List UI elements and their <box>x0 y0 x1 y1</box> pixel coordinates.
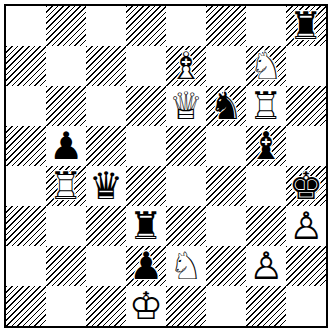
black-rook-icon: ♜ <box>126 206 166 246</box>
square-h4[interactable]: ♚ <box>286 166 326 206</box>
white-knight-icon: ♘ <box>246 46 286 86</box>
square-e7[interactable]: ♝♗ <box>166 46 206 86</box>
white-pawn-icon: ♙ <box>246 246 286 286</box>
square-d3[interactable]: ♜ <box>126 206 166 246</box>
square-f3[interactable] <box>206 206 246 246</box>
square-c4[interactable]: ♛ <box>86 166 126 206</box>
square-a6[interactable] <box>6 86 46 126</box>
square-g4[interactable] <box>246 166 286 206</box>
square-h5[interactable] <box>286 126 326 166</box>
piece-black-pawn-b5[interactable]: ♟ <box>46 126 86 166</box>
square-g8[interactable] <box>246 6 286 46</box>
white-king-icon: ♔ <box>126 286 166 326</box>
piece-black-bishop-g5[interactable]: ♝ <box>246 126 286 166</box>
square-f4[interactable] <box>206 166 246 206</box>
square-b3[interactable] <box>46 206 86 246</box>
square-b5[interactable]: ♟ <box>46 126 86 166</box>
white-bishop-icon: ♗ <box>166 46 206 86</box>
white-queen-icon: ♕ <box>166 86 206 126</box>
square-b8[interactable] <box>46 6 86 46</box>
square-g6[interactable]: ♜♖ <box>246 86 286 126</box>
square-d5[interactable] <box>126 126 166 166</box>
square-d6[interactable] <box>126 86 166 126</box>
square-b7[interactable] <box>46 46 86 86</box>
square-f8[interactable] <box>206 6 246 46</box>
square-c2[interactable] <box>86 246 126 286</box>
square-e8[interactable] <box>166 6 206 46</box>
piece-white-rook-g6[interactable]: ♜♖ <box>246 86 286 126</box>
square-b6[interactable] <box>46 86 86 126</box>
square-c3[interactable] <box>86 206 126 246</box>
square-h3[interactable]: ♟♙ <box>286 206 326 246</box>
square-a5[interactable] <box>6 126 46 166</box>
square-c5[interactable] <box>86 126 126 166</box>
square-e2[interactable]: ♞♘ <box>166 246 206 286</box>
piece-white-knight-g7[interactable]: ♞♘ <box>246 46 286 86</box>
square-a2[interactable] <box>6 246 46 286</box>
square-f1[interactable] <box>206 286 246 326</box>
piece-black-king-h4[interactable]: ♚ <box>286 166 326 206</box>
piece-black-pawn-d2[interactable]: ♟ <box>126 246 166 286</box>
square-c1[interactable] <box>86 286 126 326</box>
piece-white-bishop-e7[interactable]: ♝♗ <box>166 46 206 86</box>
piece-white-knight-e2[interactable]: ♞♘ <box>166 246 206 286</box>
square-b4[interactable]: ♜♖ <box>46 166 86 206</box>
white-rook-icon: ♖ <box>46 166 86 206</box>
square-h6[interactable] <box>286 86 326 126</box>
square-e4[interactable] <box>166 166 206 206</box>
square-g5[interactable]: ♝ <box>246 126 286 166</box>
piece-white-pawn-h3[interactable]: ♟♙ <box>286 206 326 246</box>
square-g2[interactable]: ♟♙ <box>246 246 286 286</box>
square-d1[interactable]: ♚♔ <box>126 286 166 326</box>
piece-black-rook-h8[interactable]: ♜ <box>286 6 326 46</box>
square-e6[interactable]: ♛♕ <box>166 86 206 126</box>
white-rook-icon: ♖ <box>246 86 286 126</box>
square-c8[interactable] <box>86 6 126 46</box>
black-king-icon: ♚ <box>286 166 326 206</box>
black-queen-icon: ♛ <box>86 166 126 206</box>
chess-board-frame: ♜♝♗♞♘♛♕♞♜♖♟♝♜♖♛♚♜♟♙♟♞♘♟♙♚♔ <box>4 4 328 328</box>
square-d4[interactable] <box>126 166 166 206</box>
square-d2[interactable]: ♟ <box>126 246 166 286</box>
square-b2[interactable] <box>46 246 86 286</box>
square-a3[interactable] <box>6 206 46 246</box>
square-a8[interactable] <box>6 6 46 46</box>
piece-white-queen-e6[interactable]: ♛♕ <box>166 86 206 126</box>
square-g3[interactable] <box>246 206 286 246</box>
square-a1[interactable] <box>6 286 46 326</box>
square-e5[interactable] <box>166 126 206 166</box>
piece-black-rook-d3[interactable]: ♜ <box>126 206 166 246</box>
piece-black-knight-f6[interactable]: ♞ <box>206 86 246 126</box>
square-h8[interactable]: ♜ <box>286 6 326 46</box>
square-h1[interactable] <box>286 286 326 326</box>
square-g7[interactable]: ♞♘ <box>246 46 286 86</box>
black-knight-icon: ♞ <box>206 86 246 126</box>
square-c6[interactable] <box>86 86 126 126</box>
square-e1[interactable] <box>166 286 206 326</box>
black-pawn-icon: ♟ <box>46 126 86 166</box>
square-f7[interactable] <box>206 46 246 86</box>
square-f5[interactable] <box>206 126 246 166</box>
square-f2[interactable] <box>206 246 246 286</box>
square-a4[interactable] <box>6 166 46 206</box>
white-pawn-icon: ♙ <box>286 206 326 246</box>
square-a7[interactable] <box>6 46 46 86</box>
square-e3[interactable] <box>166 206 206 246</box>
black-pawn-icon: ♟ <box>126 246 166 286</box>
square-c7[interactable] <box>86 46 126 86</box>
piece-white-king-d1[interactable]: ♚♔ <box>126 286 166 326</box>
square-h2[interactable] <box>286 246 326 286</box>
white-knight-icon: ♘ <box>166 246 206 286</box>
square-g1[interactable] <box>246 286 286 326</box>
chess-board: ♜♝♗♞♘♛♕♞♜♖♟♝♜♖♛♚♜♟♙♟♞♘♟♙♚♔ <box>6 6 326 326</box>
black-rook-icon: ♜ <box>286 6 326 46</box>
piece-black-queen-c4[interactable]: ♛ <box>86 166 126 206</box>
square-h7[interactable] <box>286 46 326 86</box>
square-d7[interactable] <box>126 46 166 86</box>
square-b1[interactable] <box>46 286 86 326</box>
black-bishop-icon: ♝ <box>246 126 286 166</box>
piece-white-pawn-g2[interactable]: ♟♙ <box>246 246 286 286</box>
square-f6[interactable]: ♞ <box>206 86 246 126</box>
piece-white-rook-b4[interactable]: ♜♖ <box>46 166 86 206</box>
square-d8[interactable] <box>126 6 166 46</box>
